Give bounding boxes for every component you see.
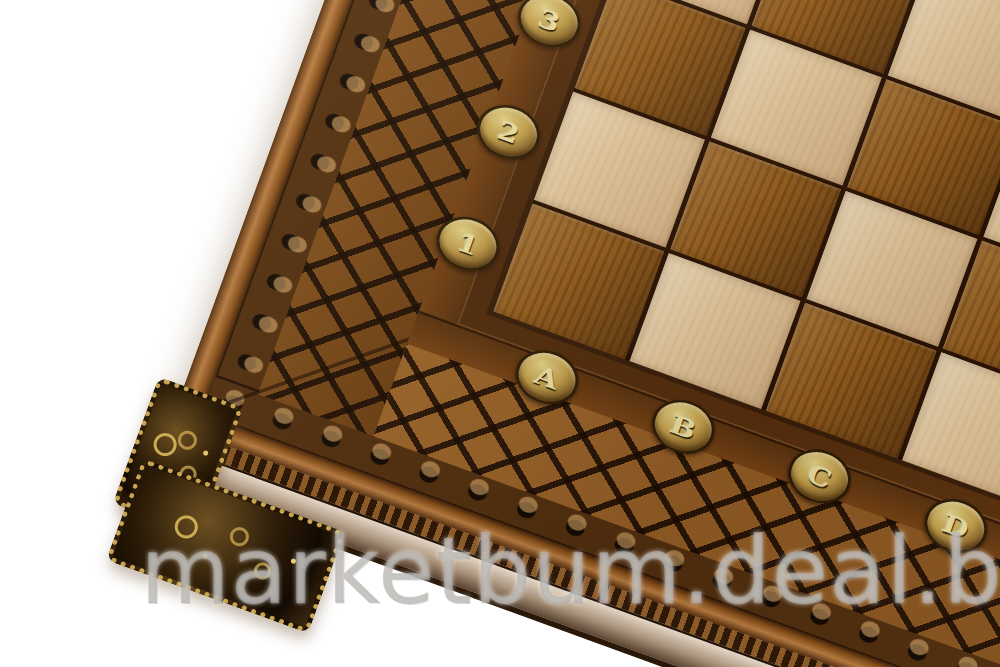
watermark: marketbum.deal.by	[140, 518, 1000, 625]
photo-canvas: 12345678ABCDEFGH marketbum.deal.by	[0, 0, 1000, 667]
